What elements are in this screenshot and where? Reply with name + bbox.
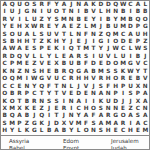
grid-cell-r18c20[interactable]: M <box>142 127 149 134</box>
grid-cell-r16c8[interactable]: T <box>53 113 60 120</box>
grid-cell-r11c13[interactable]: V <box>90 75 97 82</box>
grid-cell-r11c14[interactable]: R <box>97 75 104 82</box>
grid-cell-r14c9[interactable]: I <box>60 98 67 105</box>
grid-cell-r7c18[interactable]: L <box>127 46 134 53</box>
grid-cell-r11c19[interactable]: B <box>134 75 141 82</box>
grid-cell-r2c5[interactable]: N <box>31 8 38 15</box>
word-item-babel: Babel <box>9 145 63 149</box>
grid-cell-r13c7[interactable]: Y <box>45 90 52 97</box>
grid-cell-r11c6[interactable]: G <box>38 75 45 82</box>
grid-cell-r14c13[interactable]: I <box>90 98 97 105</box>
grid-cell-r11c7[interactable]: V <box>45 75 52 82</box>
word-item-jerusalem: Jerusalem <box>111 138 149 145</box>
grid-cell-r14c15[interactable]: U <box>105 98 112 105</box>
grid-cell-r16c14[interactable]: A <box>97 113 104 120</box>
grid-cell-r16c16[interactable]: G <box>112 113 119 120</box>
grid-cell-r16c5[interactable]: J <box>31 113 38 120</box>
grid-cell-r13c5[interactable]: C <box>31 90 38 97</box>
grid-cell-r9c13[interactable]: D <box>90 61 97 68</box>
grid-cell-r18c10[interactable]: Y <box>68 127 75 134</box>
grid-cell-r13c6[interactable]: T <box>38 90 45 97</box>
grid-cell-r2c6[interactable]: I <box>38 8 45 15</box>
grid-cell-r11c3[interactable]: M <box>16 75 23 82</box>
grid-cell-r11c12[interactable]: H <box>82 75 89 82</box>
grid-cell-r2c11[interactable]: I <box>75 8 82 15</box>
grid-cell-r9c17[interactable]: M <box>119 61 126 68</box>
grid-cell-r7c7[interactable]: E <box>45 46 52 53</box>
grid-cell-r7c19[interactable]: W <box>134 46 141 53</box>
grid-cell-r13c16[interactable]: P <box>112 90 119 97</box>
grid-cell-r7c1[interactable]: A <box>1 46 8 53</box>
grid-cell-r11c1[interactable]: O <box>1 75 8 82</box>
grid-cell-r4c12[interactable]: L <box>82 23 89 30</box>
grid-cell-r18c9[interactable]: B <box>60 127 67 134</box>
grid-cell-r9c10[interactable]: U <box>68 61 75 68</box>
grid-cell-r16c1[interactable]: B <box>1 113 8 120</box>
grid-cell-r2c14[interactable]: L <box>97 8 104 15</box>
grid-cell-r11c20[interactable]: V <box>142 75 149 82</box>
grid-cell-r4c6[interactable]: R <box>38 23 45 30</box>
grid-cell-r9c12[interactable]: F <box>82 61 89 68</box>
grid-cell-r18c16[interactable]: E <box>112 127 119 134</box>
grid-cell-r4c14[interactable]: J <box>97 23 104 30</box>
grid-cell-r18c7[interactable]: B <box>45 127 52 134</box>
grid-cell-r7c17[interactable]: C <box>119 46 126 53</box>
grid-cell-r9c18[interactable]: G <box>127 61 134 68</box>
grid-cell-r4c10[interactable]: E <box>68 23 75 30</box>
grid-cell-r14c18[interactable]: J <box>127 98 134 105</box>
grid-cell-r18c15[interactable]: H <box>105 127 112 134</box>
grid-cell-r7c11[interactable]: T <box>75 46 82 53</box>
grid-cell-r16c12[interactable]: A <box>82 113 89 120</box>
grid-cell-r7c4[interactable]: E <box>23 46 30 53</box>
letter-grid: AQUOSRFYAJNAKDDQWCALIUJGNIUOTNIBVLHNBIBB… <box>1 1 149 135</box>
grid-cell-r4c2[interactable]: E <box>8 23 15 30</box>
grid-cell-r7c5[interactable]: S <box>31 46 38 53</box>
grid-cell-r13c12[interactable]: E <box>82 90 89 97</box>
grid-cell-r13c11[interactable]: D <box>75 90 82 97</box>
grid-cell-r9c14[interactable]: E <box>97 61 104 68</box>
grid-cell-r7c20[interactable]: S <box>142 46 149 53</box>
grid-cell-r9c5[interactable]: Z <box>31 61 38 68</box>
grid-cell-r14c7[interactable]: S <box>45 98 52 105</box>
grid-cell-r18c19[interactable]: E <box>134 127 141 134</box>
grid-cell-r4c4[interactable]: X <box>23 23 30 30</box>
grid-cell-r7c10[interactable]: Q <box>68 46 75 53</box>
grid-cell-r7c6[interactable]: P <box>38 46 45 53</box>
grid-cell-r4c11[interactable]: Z <box>75 23 82 30</box>
grid-cell-r14c8[interactable]: S <box>53 98 60 105</box>
grid-cell-r11c18[interactable]: E <box>127 75 134 82</box>
grid-cell-r7c3[interactable]: A <box>16 46 23 53</box>
grid-cell-r4c5[interactable]: W <box>31 23 38 30</box>
word-list: AssyriaBabelEdomEgyptJerusalemJudah <box>1 135 149 149</box>
grid-cell-r9c3[interactable]: M <box>16 61 23 68</box>
grid-cell-r16c6[interactable]: Q <box>38 113 45 120</box>
word-item-assyria: Assyria <box>9 138 63 145</box>
grid-cell-r11c8[interactable]: U <box>53 75 60 82</box>
grid-cell-r7c2[interactable]: W <box>8 46 15 53</box>
grid-cell-r7c14[interactable]: Y <box>97 46 104 53</box>
grid-cell-r16c7[interactable]: I <box>45 113 52 120</box>
grid-cell-r11c9[interactable]: C <box>60 75 67 82</box>
grid-cell-r13c9[interactable]: V <box>60 90 67 97</box>
word-list-column-2: EdomEgypt <box>63 138 111 149</box>
grid-cell-r16c20[interactable]: A <box>142 113 149 120</box>
grid-cell-r16c15[interactable]: R <box>105 113 112 120</box>
grid-cell-r14c6[interactable]: N <box>38 98 45 105</box>
grid-cell-r14c19[interactable]: X <box>134 98 141 105</box>
grid-cell-r7c15[interactable]: J <box>105 46 112 53</box>
grid-cell-r13c1[interactable]: O <box>1 90 8 97</box>
grid-cell-r2c15[interactable]: H <box>105 8 112 15</box>
grid-cell-r2c20[interactable]: B <box>142 8 149 15</box>
grid-cell-r2c8[interactable]: O <box>53 8 60 15</box>
grid-cell-r18c1[interactable]: H <box>1 127 8 134</box>
grid-cell-r2c9[interactable]: T <box>60 8 67 15</box>
grid-cell-r4c15[interactable]: B <box>105 23 112 30</box>
grid-cell-r14c11[interactable]: A <box>75 98 82 105</box>
grid-cell-r4c9[interactable]: A <box>60 23 67 30</box>
grid-cell-r18c8[interactable]: A <box>53 127 60 134</box>
grid-cell-r2c10[interactable]: N <box>68 8 75 15</box>
grid-cell-r2c19[interactable]: B <box>134 8 141 15</box>
grid-cell-r13c8[interactable]: T <box>53 90 60 97</box>
grid-cell-r13c17[interactable]: I <box>119 90 126 97</box>
grid-cell-r2c17[interactable]: B <box>119 8 126 15</box>
word-item-judah: Judah <box>111 145 149 149</box>
grid-cell-r2c18[interactable]: I <box>127 8 134 15</box>
grid-cell-r13c3[interactable]: R <box>16 90 23 97</box>
grid-cell-r18c13[interactable]: N <box>90 127 97 134</box>
grid-cell-r4c1[interactable]: Y <box>1 23 8 30</box>
grid-cell-r13c10[interactable]: E <box>68 90 75 97</box>
grid-cell-r4c20[interactable]: G <box>142 23 149 30</box>
grid-cell-r2c2[interactable]: U <box>8 8 15 15</box>
grid-cell-r18c3[interactable]: L <box>16 127 23 134</box>
grid-cell-r11c15[interactable]: H <box>105 75 112 82</box>
grid-cell-r4c19[interactable]: P <box>134 23 141 30</box>
grid-cell-r18c12[interactable]: O <box>82 127 89 134</box>
grid-cell-r13c14[interactable]: A <box>97 90 104 97</box>
grid-cell-r4c7[interactable]: E <box>45 23 52 30</box>
grid-cell-r18c2[interactable]: Y <box>8 127 15 134</box>
grid-cell-r9c4[interactable]: E <box>23 61 30 68</box>
grid-cell-r16c11[interactable]: Y <box>75 113 82 120</box>
grid-cell-r14c20[interactable]: A <box>142 98 149 105</box>
grid-cell-r14c14[interactable]: K <box>97 98 104 105</box>
grid-cell-r11c4[interactable]: I <box>23 75 30 82</box>
grid-cell-r16c13[interactable]: F <box>90 113 97 120</box>
grid-cell-r11c16[interactable]: O <box>112 75 119 82</box>
grid-cell-r14c3[interactable]: T <box>16 98 23 105</box>
grid-cell-r9c9[interactable]: B <box>60 61 67 68</box>
grid-cell-r9c16[interactable]: O <box>112 61 119 68</box>
grid-cell-r9c7[interactable]: E <box>45 61 52 68</box>
grid-cell-r13c19[interactable]: P <box>134 90 141 97</box>
grid-cell-r16c9[interactable]: J <box>60 113 67 120</box>
grid-cell-r11c5[interactable]: W <box>31 75 38 82</box>
grid-cell-r16c4[interactable]: B <box>23 113 30 120</box>
grid-cell-r9c6[interactable]: V <box>38 61 45 68</box>
grid-cell-r4c16[interactable]: U <box>112 23 119 30</box>
grid-cell-r16c3[interactable]: A <box>16 113 23 120</box>
grid-cell-r11c17[interactable]: R <box>119 75 126 82</box>
grid-cell-r13c20[interactable]: A <box>142 90 149 97</box>
grid-cell-r13c4[interactable]: P <box>23 90 30 97</box>
grid-cell-r11c11[interactable]: H <box>75 75 82 82</box>
grid-cell-r16c17[interactable]: O <box>119 113 126 120</box>
grid-cell-r9c19[interactable]: V <box>134 61 141 68</box>
grid-cell-r16c19[interactable]: S <box>134 113 141 120</box>
grid-cell-r14c12[interactable]: I <box>82 98 89 105</box>
grid-cell-r4c8[interactable]: Y <box>53 23 60 30</box>
grid-cell-r4c13[interactable]: M <box>90 23 97 30</box>
grid-cell-r14c16[interactable]: D <box>112 98 119 105</box>
grid-cell-r18c14[interactable]: S <box>97 127 104 134</box>
grid-cell-r2c12[interactable]: B <box>82 8 89 15</box>
grid-cell-r18c5[interactable]: G <box>31 127 38 134</box>
grid-cell-r16c18[interactable]: A <box>127 113 134 120</box>
grid-cell-r2c16[interactable]: N <box>112 8 119 15</box>
word-item-edom: Edom <box>63 138 111 145</box>
grid-cell-r14c2[interactable]: O <box>8 98 15 105</box>
grid-cell-r9c8[interactable]: X <box>53 61 60 68</box>
grid-cell-r7c8[interactable]: K <box>53 46 60 53</box>
grid-cell-r2c3[interactable]: J <box>16 8 23 15</box>
word-item-egypt: Egypt <box>63 145 111 149</box>
grid-cell-r14c5[interactable]: R <box>31 98 38 105</box>
grid-cell-r2c13[interactable]: V <box>90 8 97 15</box>
grid-cell-r7c12[interactable]: M <box>82 46 89 53</box>
grid-cell-r13c18[interactable]: S <box>127 90 134 97</box>
grid-cell-r7c9[interactable]: I <box>60 46 67 53</box>
grid-cell-r9c20[interactable]: C <box>142 61 149 68</box>
word-list-column-3: JerusalemJudah <box>111 138 149 149</box>
grid-cell-r13c13[interactable]: N <box>90 90 97 97</box>
grid-cell-r4c17[interactable]: M <box>119 23 126 30</box>
grid-cell-r14c1[interactable]: K <box>1 98 8 105</box>
grid-cell-r11c2[interactable]: Q <box>8 75 15 82</box>
grid-cell-r2c1[interactable]: I <box>1 8 8 15</box>
grid-cell-r11c10[interactable]: R <box>68 75 75 82</box>
grid-cell-r13c15[interactable]: N <box>105 90 112 97</box>
grid-cell-r7c13[interactable]: T <box>90 46 97 53</box>
grid-cell-r9c15[interactable]: D <box>105 61 112 68</box>
grid-cell-r4c18[interactable]: D <box>127 23 134 30</box>
grid-cell-r18c17[interactable]: C <box>119 127 126 134</box>
grid-cell-r16c2[interactable]: Q <box>8 113 15 120</box>
grid-cell-r2c4[interactable]: G <box>23 8 30 15</box>
grid-cell-r9c2[interactable]: P <box>8 61 15 68</box>
grid-cell-r2c7[interactable]: U <box>45 8 52 15</box>
grid-cell-r14c10[interactable]: N <box>68 98 75 105</box>
grid-cell-r16c10[interactable]: N <box>68 113 75 120</box>
grid-cell-r4c3[interactable]: H <box>16 23 23 30</box>
grid-cell-r9c11[interactable]: B <box>75 61 82 68</box>
word-search-puzzle: AQUOSRFYAJNAKDDQWCALIUJGNIUOTNIBVLHNBIBB… <box>0 0 150 150</box>
grid-cell-r9c1[interactable]: C <box>1 61 8 68</box>
grid-cell-r14c4[interactable]: B <box>23 98 30 105</box>
grid-cell-r14c17[interactable]: J <box>119 98 126 105</box>
grid-cell-r7c16[interactable]: W <box>112 46 119 53</box>
grid-cell-r18c18[interactable]: H <box>127 127 134 134</box>
grid-cell-r18c4[interactable]: K <box>23 127 30 134</box>
word-list-column-1: AssyriaBabel <box>9 138 63 149</box>
grid-cell-r18c6[interactable]: L <box>38 127 45 134</box>
grid-cell-r18c11[interactable]: L <box>75 127 82 134</box>
grid-cell-r13c2[interactable]: B <box>8 90 15 97</box>
